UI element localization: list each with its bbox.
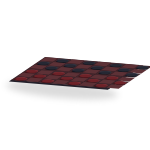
photo-stage: ●●●●●●●●●●●●●●●●●●●●●●●●: [0, 0, 150, 150]
